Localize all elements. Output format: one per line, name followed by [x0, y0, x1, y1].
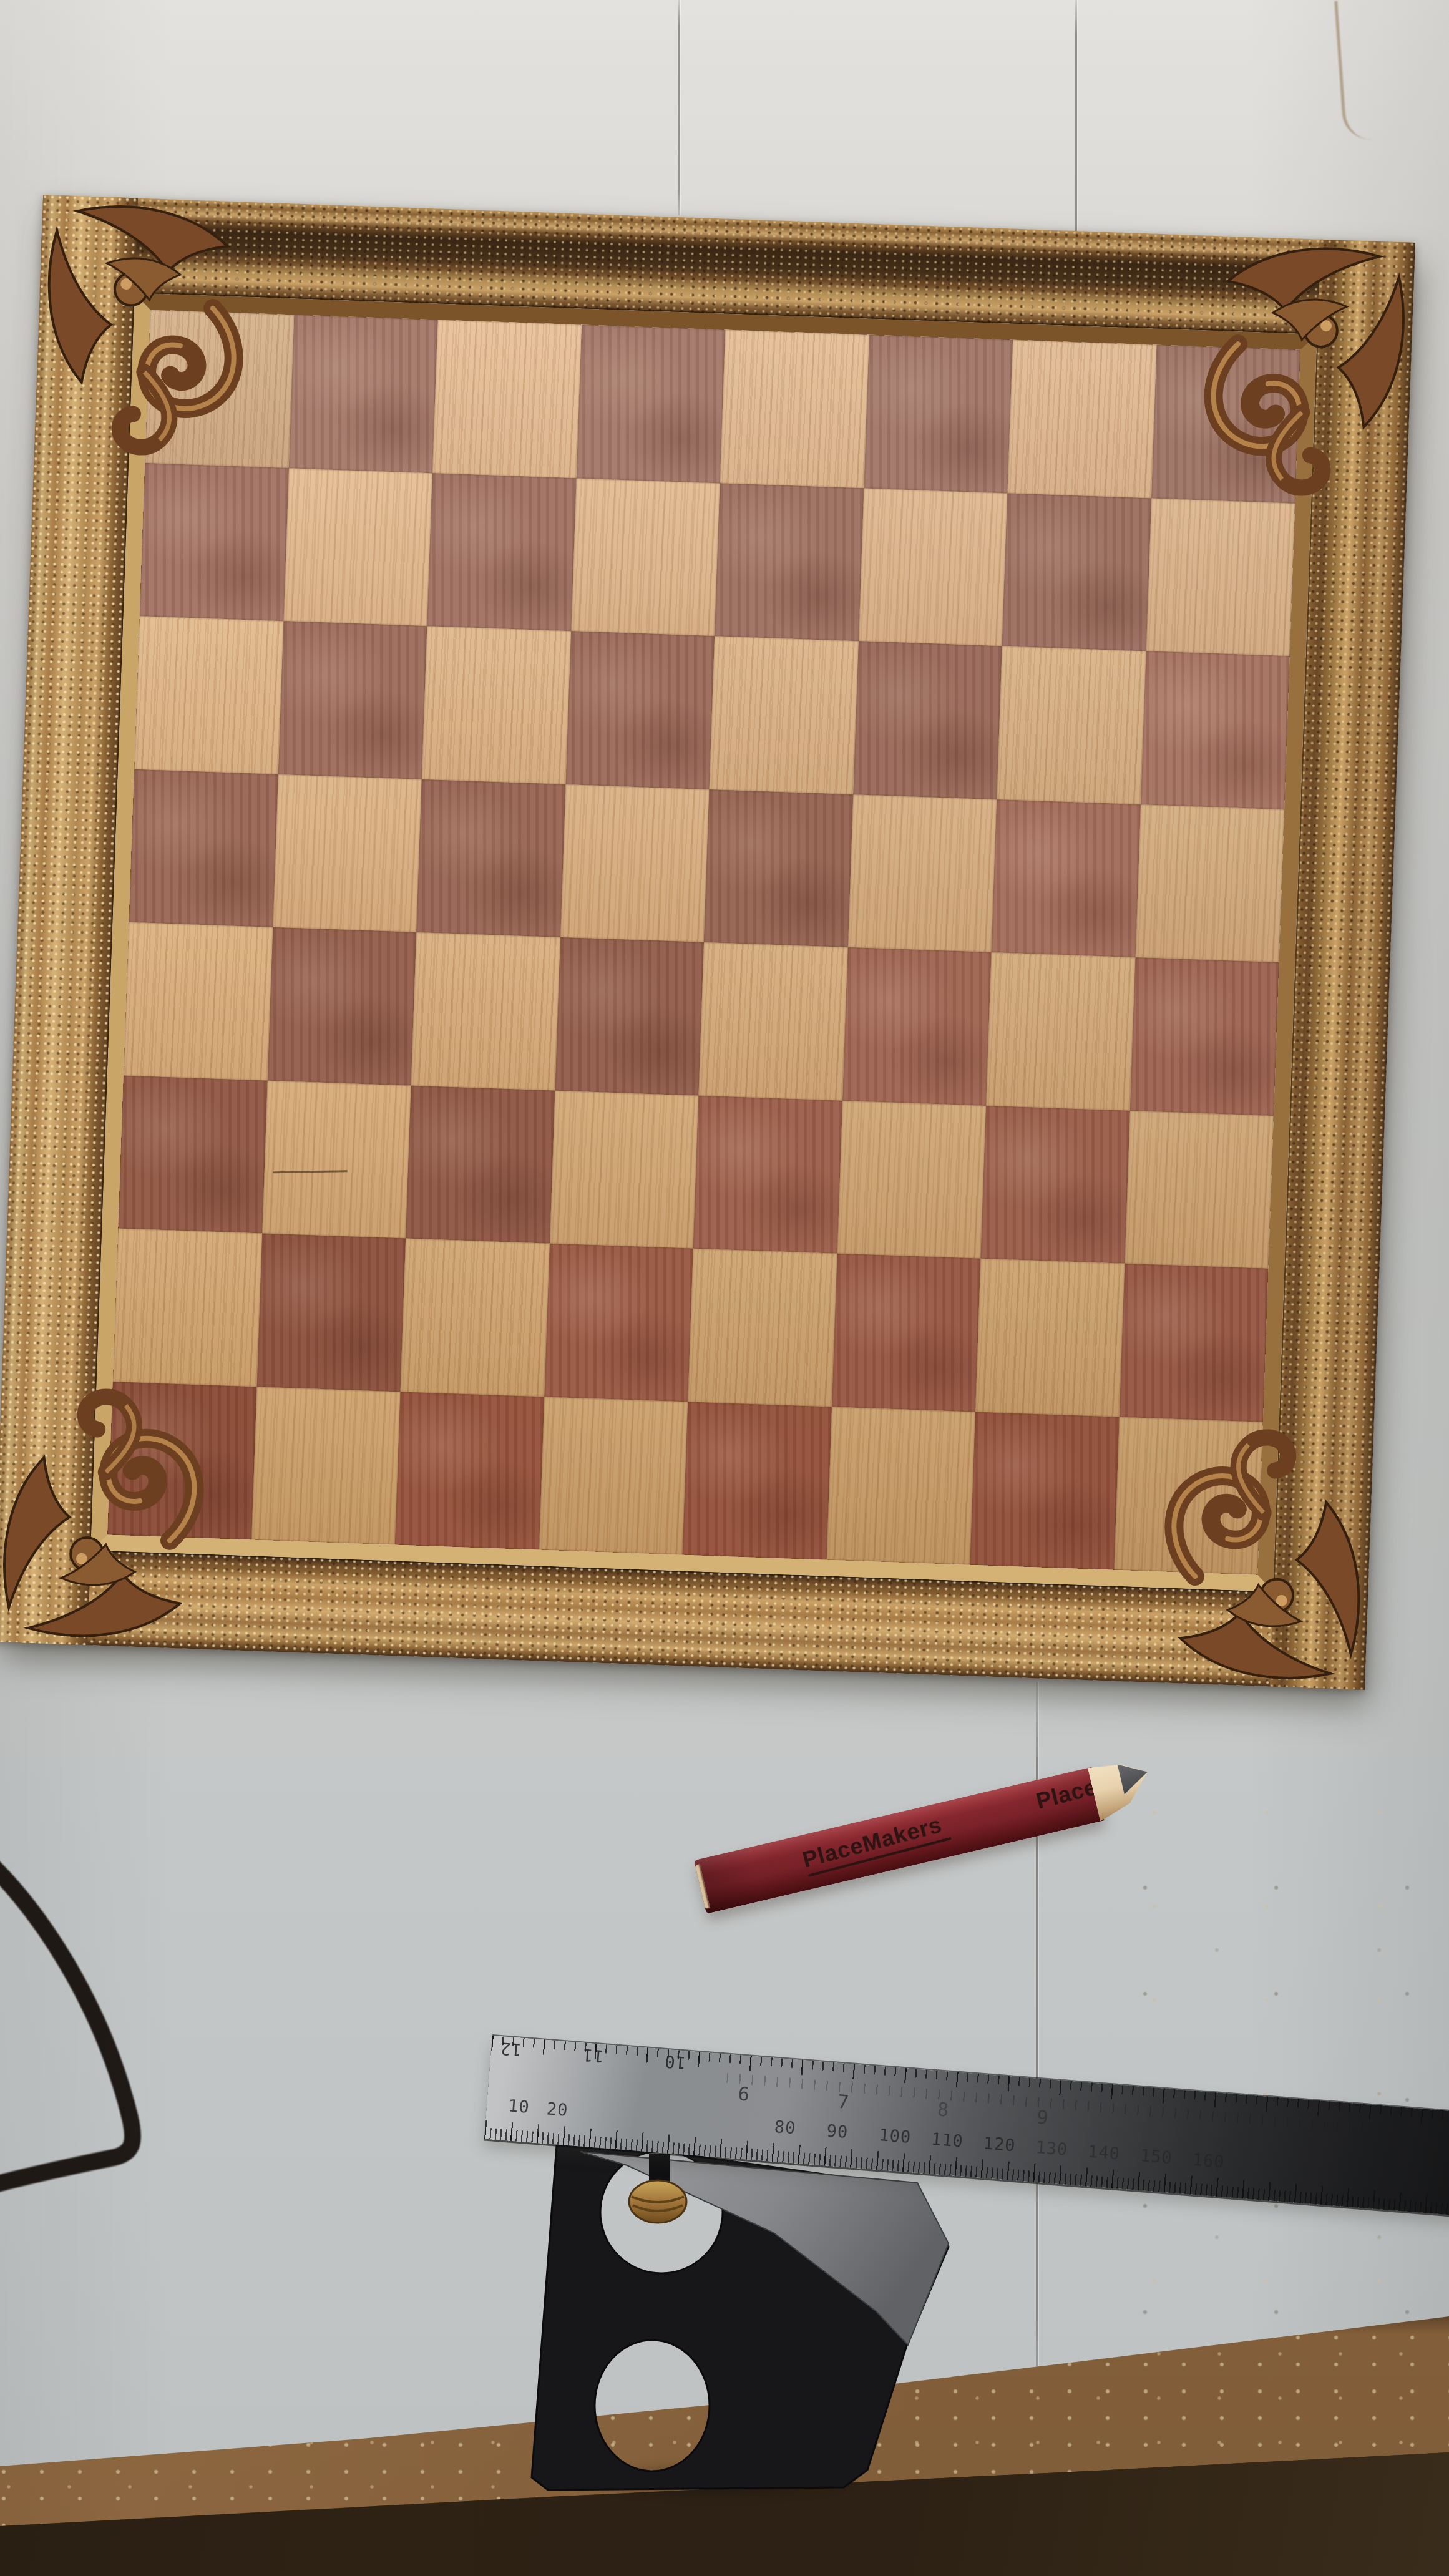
frame-ornament-top-right-icon: [1147, 225, 1425, 503]
square-f3[interactable]: [837, 1100, 986, 1258]
chess-board[interactable]: [107, 310, 1300, 1574]
square-b8[interactable]: [289, 315, 438, 472]
ruler-number: 100: [878, 2125, 912, 2147]
square-h2[interactable]: [1119, 1264, 1268, 1422]
square-b5[interactable]: [273, 774, 422, 932]
square-h5[interactable]: [1135, 804, 1284, 962]
square-e5[interactable]: [704, 789, 853, 947]
square-b2[interactable]: [256, 1234, 406, 1392]
square-g4[interactable]: [986, 952, 1135, 1110]
square-c2[interactable]: [401, 1239, 550, 1397]
square-f5[interactable]: [847, 794, 997, 952]
ruler-number: 110: [930, 2129, 964, 2151]
pencil-partial-text: Place: [1033, 1775, 1101, 1827]
square-a4[interactable]: [124, 922, 273, 1080]
frame-ornament-top-left-icon: [26, 186, 303, 464]
ruler-number: 9: [1036, 2106, 1050, 2129]
square-b3[interactable]: [262, 1080, 411, 1238]
square-e6[interactable]: [710, 636, 859, 794]
square-f4[interactable]: [842, 947, 992, 1105]
square-e4[interactable]: [698, 942, 847, 1100]
square-g7[interactable]: [1002, 493, 1151, 651]
square-b4[interactable]: [267, 927, 416, 1085]
square-a2[interactable]: [113, 1229, 262, 1387]
square-g5[interactable]: [992, 799, 1141, 957]
square-c3[interactable]: [406, 1085, 555, 1243]
square-b1[interactable]: [251, 1387, 401, 1544]
ruler-number: 80: [774, 2117, 797, 2138]
square-g1[interactable]: [970, 1412, 1119, 1569]
wall-panel-seam: [678, 0, 680, 215]
ruler-number: 130: [1035, 2137, 1068, 2159]
square-d1[interactable]: [539, 1397, 688, 1554]
square-d5[interactable]: [560, 784, 710, 942]
square-d3[interactable]: [550, 1090, 699, 1248]
square-e1[interactable]: [683, 1402, 832, 1559]
square-b6[interactable]: [278, 621, 427, 779]
square-h4[interactable]: [1130, 957, 1279, 1115]
square-e3[interactable]: [693, 1095, 842, 1253]
square-h6[interactable]: [1141, 651, 1290, 809]
square-d8[interactable]: [576, 325, 725, 483]
square-g6[interactable]: [997, 646, 1146, 804]
ruler-number: 10: [663, 2052, 686, 2073]
ruler-number: 12: [499, 2039, 522, 2060]
square-b7[interactable]: [283, 468, 432, 626]
square-a7[interactable]: [140, 463, 289, 621]
ruler-number: 140: [1087, 2142, 1121, 2164]
ruler-number: 10: [507, 2095, 530, 2117]
square-g2[interactable]: [975, 1259, 1125, 1417]
square-c1[interactable]: [395, 1392, 544, 1549]
square-c6[interactable]: [422, 626, 571, 784]
square-g3[interactable]: [981, 1105, 1130, 1263]
square-c8[interactable]: [432, 320, 582, 478]
square-a5[interactable]: [129, 769, 278, 927]
square-d2[interactable]: [544, 1244, 693, 1402]
square-c5[interactable]: [416, 779, 565, 937]
square-e2[interactable]: [688, 1249, 837, 1407]
ruler-number: 160: [1192, 2150, 1226, 2172]
square-a3[interactable]: [118, 1075, 267, 1233]
square-e8[interactable]: [720, 330, 869, 488]
square-f2[interactable]: [832, 1254, 981, 1412]
ruler-number: 150: [1139, 2145, 1173, 2167]
square-f7[interactable]: [858, 488, 1007, 646]
square-e7[interactable]: [715, 483, 864, 641]
ruler-number: 8: [937, 2098, 950, 2120]
square-c4[interactable]: [411, 932, 560, 1090]
ruler-number: 11: [582, 2045, 605, 2066]
square-d7[interactable]: [571, 478, 720, 636]
ruler-number: 120: [983, 2133, 1017, 2155]
black-cable: [0, 1835, 187, 2222]
ruler-number: 20: [546, 2099, 569, 2120]
square-d6[interactable]: [565, 631, 715, 789]
square-c7[interactable]: [427, 473, 576, 631]
framed-chessboard: [0, 195, 1415, 1689]
ruler-number: 7: [837, 2091, 851, 2113]
square-a6[interactable]: [134, 616, 283, 774]
ruler-number: 90: [826, 2121, 849, 2142]
square-h7[interactable]: [1146, 498, 1295, 656]
square-g8[interactable]: [1007, 340, 1156, 498]
ruler-number: 6: [738, 2082, 751, 2105]
square-d4[interactable]: [555, 937, 704, 1095]
square-f1[interactable]: [826, 1407, 975, 1564]
square-f6[interactable]: [853, 641, 1002, 799]
square-f8[interactable]: [864, 335, 1013, 493]
square-h3[interactable]: [1125, 1110, 1274, 1268]
frame-ornament-bottom-left-icon: [0, 1382, 261, 1660]
frame-ornament-bottom-right-icon: [1105, 1421, 1383, 1699]
